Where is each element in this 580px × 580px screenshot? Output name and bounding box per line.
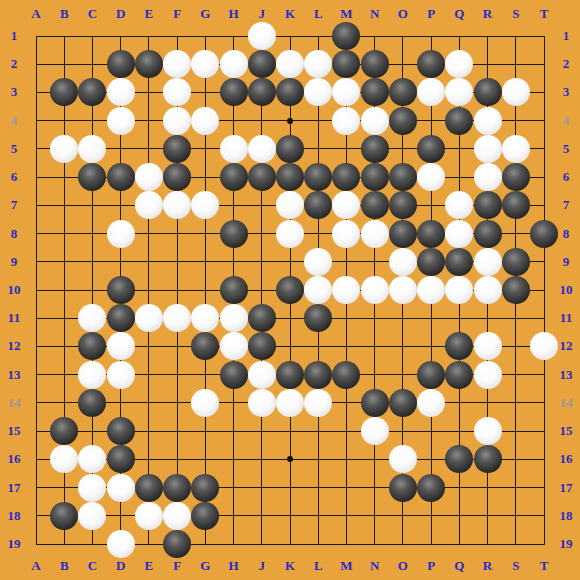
col-label-bottom: M bbox=[340, 558, 352, 574]
black-stone bbox=[389, 78, 417, 106]
black-stone bbox=[361, 50, 389, 78]
col-label-top: D bbox=[116, 6, 125, 22]
col-label-bottom: H bbox=[228, 558, 238, 574]
star-point bbox=[287, 118, 293, 124]
white-stone bbox=[304, 276, 332, 304]
white-stone bbox=[474, 361, 502, 389]
row-label-right: 16 bbox=[560, 451, 573, 467]
white-stone bbox=[107, 107, 135, 135]
black-stone bbox=[163, 474, 191, 502]
white-stone bbox=[163, 191, 191, 219]
black-stone bbox=[248, 304, 276, 332]
col-label-top: P bbox=[427, 6, 435, 22]
col-label-bottom: R bbox=[483, 558, 492, 574]
row-label-right: 10 bbox=[560, 282, 573, 298]
row-label-left: 5 bbox=[11, 141, 18, 157]
white-stone bbox=[502, 78, 530, 106]
black-stone bbox=[163, 530, 191, 558]
row-label-left: 8 bbox=[11, 226, 18, 242]
black-stone bbox=[220, 276, 248, 304]
col-label-top: L bbox=[314, 6, 323, 22]
white-stone bbox=[474, 276, 502, 304]
row-label-right: 18 bbox=[560, 508, 573, 524]
black-stone bbox=[389, 107, 417, 135]
white-stone bbox=[191, 107, 219, 135]
black-stone bbox=[248, 332, 276, 360]
black-stone bbox=[135, 50, 163, 78]
white-stone bbox=[107, 220, 135, 248]
row-label-left: 14 bbox=[8, 395, 21, 411]
col-label-bottom: B bbox=[60, 558, 69, 574]
col-label-bottom: O bbox=[398, 558, 408, 574]
black-stone bbox=[445, 445, 473, 473]
white-stone bbox=[163, 304, 191, 332]
row-label-left: 12 bbox=[8, 338, 21, 354]
black-stone bbox=[530, 220, 558, 248]
black-stone bbox=[304, 304, 332, 332]
row-label-right: 6 bbox=[563, 169, 570, 185]
row-label-left: 4 bbox=[11, 113, 18, 129]
star-point bbox=[287, 456, 293, 462]
white-stone bbox=[163, 107, 191, 135]
black-stone bbox=[248, 163, 276, 191]
row-label-left: 16 bbox=[8, 451, 21, 467]
black-stone bbox=[220, 163, 248, 191]
black-stone bbox=[163, 163, 191, 191]
black-stone bbox=[107, 445, 135, 473]
white-stone bbox=[276, 50, 304, 78]
white-stone bbox=[417, 78, 445, 106]
row-label-left: 11 bbox=[8, 310, 20, 326]
col-label-bottom: P bbox=[427, 558, 435, 574]
col-label-top: M bbox=[340, 6, 352, 22]
row-label-left: 17 bbox=[8, 480, 21, 496]
grid-line-horizontal bbox=[36, 515, 545, 516]
col-label-top: S bbox=[512, 6, 519, 22]
black-stone bbox=[304, 163, 332, 191]
white-stone bbox=[220, 135, 248, 163]
black-stone bbox=[389, 389, 417, 417]
row-label-left: 3 bbox=[11, 84, 18, 100]
black-stone bbox=[361, 163, 389, 191]
white-stone bbox=[107, 474, 135, 502]
row-label-left: 1 bbox=[11, 28, 18, 44]
black-stone bbox=[163, 135, 191, 163]
col-label-bottom: G bbox=[200, 558, 210, 574]
black-stone bbox=[502, 191, 530, 219]
black-stone bbox=[361, 78, 389, 106]
black-stone bbox=[276, 78, 304, 106]
black-stone bbox=[50, 502, 78, 530]
row-label-right: 12 bbox=[560, 338, 573, 354]
col-label-top: R bbox=[483, 6, 492, 22]
black-stone bbox=[107, 417, 135, 445]
black-stone bbox=[304, 191, 332, 219]
black-stone bbox=[191, 474, 219, 502]
white-stone bbox=[135, 502, 163, 530]
white-stone bbox=[191, 304, 219, 332]
white-stone bbox=[474, 135, 502, 163]
row-label-right: 17 bbox=[560, 480, 573, 496]
black-stone bbox=[107, 50, 135, 78]
black-stone bbox=[502, 276, 530, 304]
white-stone bbox=[78, 445, 106, 473]
black-stone bbox=[332, 22, 360, 50]
black-stone bbox=[276, 276, 304, 304]
grid-line-vertical bbox=[36, 36, 37, 545]
col-label-top: T bbox=[540, 6, 549, 22]
white-stone bbox=[445, 50, 473, 78]
white-stone bbox=[530, 332, 558, 360]
black-stone bbox=[276, 163, 304, 191]
white-stone bbox=[445, 276, 473, 304]
black-stone bbox=[417, 135, 445, 163]
col-label-top: J bbox=[259, 6, 266, 22]
white-stone bbox=[163, 50, 191, 78]
white-stone bbox=[163, 78, 191, 106]
grid-line-horizontal bbox=[36, 36, 545, 37]
col-label-top: Q bbox=[454, 6, 464, 22]
black-stone bbox=[417, 220, 445, 248]
white-stone bbox=[474, 107, 502, 135]
grid-line-vertical bbox=[544, 36, 545, 545]
col-label-top: B bbox=[60, 6, 69, 22]
white-stone bbox=[304, 78, 332, 106]
white-stone bbox=[389, 445, 417, 473]
white-stone bbox=[276, 191, 304, 219]
black-stone bbox=[389, 474, 417, 502]
col-label-bottom: T bbox=[540, 558, 549, 574]
black-stone bbox=[135, 474, 163, 502]
row-label-left: 18 bbox=[8, 508, 21, 524]
row-label-left: 19 bbox=[8, 536, 21, 552]
row-label-right: 15 bbox=[560, 423, 573, 439]
black-stone bbox=[474, 191, 502, 219]
black-stone bbox=[78, 163, 106, 191]
col-label-top: K bbox=[285, 6, 295, 22]
black-stone bbox=[220, 361, 248, 389]
black-stone bbox=[417, 361, 445, 389]
black-stone bbox=[445, 361, 473, 389]
row-label-right: 11 bbox=[560, 310, 572, 326]
white-stone bbox=[78, 361, 106, 389]
black-stone bbox=[389, 191, 417, 219]
black-stone bbox=[361, 389, 389, 417]
white-stone bbox=[361, 417, 389, 445]
row-label-right: 3 bbox=[563, 84, 570, 100]
white-stone bbox=[474, 417, 502, 445]
row-label-left: 13 bbox=[8, 367, 21, 383]
col-label-bottom: L bbox=[314, 558, 323, 574]
go-board[interactable]: AABBCCDDEEFFGGHHJJKKLLMMNNOOPPQQRRSSTT11… bbox=[0, 0, 580, 580]
col-label-bottom: N bbox=[370, 558, 379, 574]
row-label-right: 19 bbox=[560, 536, 573, 552]
white-stone bbox=[248, 135, 276, 163]
black-stone bbox=[191, 332, 219, 360]
white-stone bbox=[107, 530, 135, 558]
row-label-left: 15 bbox=[8, 423, 21, 439]
white-stone bbox=[332, 220, 360, 248]
white-stone bbox=[248, 22, 276, 50]
white-stone bbox=[417, 389, 445, 417]
black-stone bbox=[276, 135, 304, 163]
white-stone bbox=[135, 163, 163, 191]
white-stone bbox=[332, 276, 360, 304]
black-stone bbox=[78, 389, 106, 417]
black-stone bbox=[417, 474, 445, 502]
white-stone bbox=[332, 78, 360, 106]
black-stone bbox=[332, 163, 360, 191]
grid-line-vertical bbox=[261, 36, 262, 545]
col-label-bottom: Q bbox=[454, 558, 464, 574]
white-stone bbox=[361, 276, 389, 304]
col-label-bottom: A bbox=[31, 558, 40, 574]
black-stone bbox=[304, 361, 332, 389]
black-stone bbox=[107, 276, 135, 304]
col-label-top: F bbox=[173, 6, 181, 22]
col-label-top: O bbox=[398, 6, 408, 22]
row-label-left: 2 bbox=[11, 56, 18, 72]
black-stone bbox=[50, 417, 78, 445]
white-stone bbox=[107, 78, 135, 106]
white-stone bbox=[248, 389, 276, 417]
white-stone bbox=[417, 163, 445, 191]
white-stone bbox=[191, 191, 219, 219]
white-stone bbox=[135, 304, 163, 332]
black-stone bbox=[50, 78, 78, 106]
black-stone bbox=[248, 50, 276, 78]
white-stone bbox=[191, 389, 219, 417]
white-stone bbox=[502, 135, 530, 163]
white-stone bbox=[332, 191, 360, 219]
black-stone bbox=[417, 248, 445, 276]
black-stone bbox=[332, 50, 360, 78]
white-stone bbox=[332, 107, 360, 135]
white-stone bbox=[135, 191, 163, 219]
white-stone bbox=[220, 304, 248, 332]
row-label-right: 14 bbox=[560, 395, 573, 411]
row-label-right: 9 bbox=[563, 254, 570, 270]
black-stone bbox=[445, 248, 473, 276]
col-label-top: G bbox=[200, 6, 210, 22]
row-label-right: 7 bbox=[563, 197, 570, 213]
col-label-bottom: K bbox=[285, 558, 295, 574]
black-stone bbox=[220, 78, 248, 106]
black-stone bbox=[107, 163, 135, 191]
white-stone bbox=[78, 502, 106, 530]
white-stone bbox=[78, 135, 106, 163]
white-stone bbox=[78, 304, 106, 332]
white-stone bbox=[445, 191, 473, 219]
black-stone bbox=[361, 135, 389, 163]
col-label-bottom: E bbox=[145, 558, 154, 574]
black-stone bbox=[220, 220, 248, 248]
black-stone bbox=[78, 78, 106, 106]
black-stone bbox=[445, 107, 473, 135]
white-stone bbox=[474, 163, 502, 191]
black-stone bbox=[474, 445, 502, 473]
white-stone bbox=[220, 50, 248, 78]
row-label-left: 7 bbox=[11, 197, 18, 213]
white-stone bbox=[361, 107, 389, 135]
row-label-left: 10 bbox=[8, 282, 21, 298]
row-label-right: 13 bbox=[560, 367, 573, 383]
row-label-right: 1 bbox=[563, 28, 570, 44]
col-label-top: N bbox=[370, 6, 379, 22]
white-stone bbox=[248, 361, 276, 389]
white-stone bbox=[78, 474, 106, 502]
black-stone bbox=[276, 361, 304, 389]
white-stone bbox=[445, 78, 473, 106]
white-stone bbox=[107, 332, 135, 360]
white-stone bbox=[361, 220, 389, 248]
row-label-left: 9 bbox=[11, 254, 18, 270]
row-label-right: 8 bbox=[563, 226, 570, 242]
white-stone bbox=[304, 389, 332, 417]
white-stone bbox=[304, 50, 332, 78]
black-stone bbox=[474, 220, 502, 248]
white-stone bbox=[107, 361, 135, 389]
col-label-top: C bbox=[88, 6, 97, 22]
black-stone bbox=[445, 332, 473, 360]
white-stone bbox=[50, 135, 78, 163]
black-stone bbox=[474, 78, 502, 106]
white-stone bbox=[191, 50, 219, 78]
col-label-bottom: F bbox=[173, 558, 181, 574]
black-stone bbox=[191, 502, 219, 530]
black-stone bbox=[389, 220, 417, 248]
row-label-right: 2 bbox=[563, 56, 570, 72]
white-stone bbox=[445, 220, 473, 248]
row-label-right: 5 bbox=[563, 141, 570, 157]
grid-line-vertical bbox=[148, 36, 149, 545]
white-stone bbox=[389, 248, 417, 276]
white-stone bbox=[50, 445, 78, 473]
white-stone bbox=[276, 389, 304, 417]
black-stone bbox=[502, 248, 530, 276]
white-stone bbox=[389, 276, 417, 304]
black-stone bbox=[417, 50, 445, 78]
black-stone bbox=[107, 304, 135, 332]
col-label-bottom: D bbox=[116, 558, 125, 574]
black-stone bbox=[361, 191, 389, 219]
black-stone bbox=[248, 78, 276, 106]
white-stone bbox=[163, 502, 191, 530]
col-label-top: E bbox=[145, 6, 154, 22]
col-label-bottom: J bbox=[259, 558, 266, 574]
row-label-left: 6 bbox=[11, 169, 18, 185]
white-stone bbox=[304, 248, 332, 276]
col-label-top: H bbox=[228, 6, 238, 22]
white-stone bbox=[220, 332, 248, 360]
black-stone bbox=[332, 361, 360, 389]
black-stone bbox=[502, 163, 530, 191]
col-label-top: A bbox=[31, 6, 40, 22]
white-stone bbox=[474, 248, 502, 276]
col-label-bottom: C bbox=[88, 558, 97, 574]
row-label-right: 4 bbox=[563, 113, 570, 129]
black-stone bbox=[389, 163, 417, 191]
black-stone bbox=[78, 332, 106, 360]
col-label-bottom: S bbox=[512, 558, 519, 574]
white-stone bbox=[417, 276, 445, 304]
white-stone bbox=[474, 332, 502, 360]
white-stone bbox=[276, 220, 304, 248]
